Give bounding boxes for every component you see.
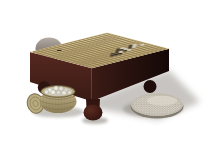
white-stone — [51, 90, 56, 95]
front-leg-bulb — [84, 105, 103, 121]
white-stone — [56, 90, 61, 95]
white-stone — [44, 90, 48, 94]
white-stone — [54, 86, 59, 91]
goban-leg-front — [84, 99, 103, 121]
woven-tray — [131, 93, 184, 118]
white-stone — [62, 91, 66, 95]
stone-basket — [25, 86, 76, 115]
go-scene — [0, 0, 220, 160]
white-stone — [68, 91, 72, 95]
tray-highlight — [147, 96, 177, 106]
go-set-product-image — [0, 0, 220, 160]
goban-leg-right — [144, 80, 157, 93]
